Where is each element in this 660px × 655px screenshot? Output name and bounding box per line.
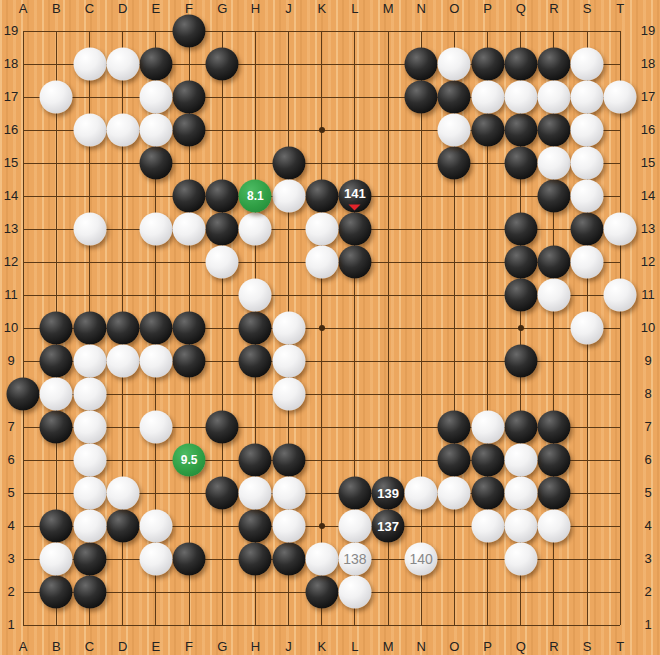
black-stone-b7[interactable] [40, 411, 73, 444]
white-stone-c8[interactable] [73, 378, 106, 411]
coord-label-right-7: 7 [637, 420, 659, 434]
coord-label-left-4: 4 [2, 519, 20, 533]
white-stone-j9[interactable] [272, 345, 305, 378]
coord-label-right-18: 18 [637, 57, 659, 71]
white-stone-k13[interactable] [305, 213, 338, 246]
coord-label-right-12: 12 [637, 255, 659, 269]
black-stone-p6[interactable] [471, 444, 504, 477]
white-stone-b3[interactable] [40, 543, 73, 576]
black-stone-p18[interactable] [471, 48, 504, 81]
black-stone-c10[interactable] [73, 312, 106, 345]
coord-label-top-g: G [212, 2, 232, 16]
black-stone-r16[interactable] [537, 114, 570, 147]
black-stone-g5[interactable] [206, 477, 239, 510]
black-stone-b9[interactable] [40, 345, 73, 378]
coord-label-bottom-s: S [577, 640, 597, 654]
white-stone-t13[interactable] [604, 213, 637, 246]
white-stone-c18[interactable] [73, 48, 106, 81]
white-stone-j5[interactable] [272, 477, 305, 510]
white-stone-s14[interactable] [571, 180, 604, 213]
white-stone-c7[interactable] [73, 411, 106, 444]
grid-line [23, 394, 620, 395]
coord-label-bottom-l: L [345, 640, 365, 654]
coord-label-top-m: M [378, 2, 398, 16]
coord-label-right-11: 11 [637, 288, 659, 302]
black-stone-e10[interactable] [139, 312, 172, 345]
black-stone-h4[interactable] [239, 510, 272, 543]
coord-label-top-e: E [146, 2, 166, 16]
coord-label-top-h: H [245, 2, 265, 16]
coord-label-bottom-k: K [312, 640, 332, 654]
coord-label-left-19: 19 [2, 24, 20, 38]
black-stone-g7[interactable] [206, 411, 239, 444]
black-stone-e18[interactable] [139, 48, 172, 81]
white-stone-t11[interactable] [604, 279, 637, 312]
white-stone-o5[interactable] [438, 477, 471, 510]
coord-label-right-8: 8 [637, 387, 659, 401]
black-stone-l13[interactable] [338, 213, 371, 246]
black-stone-r18[interactable] [537, 48, 570, 81]
coord-label-top-d: D [113, 2, 133, 16]
white-stone-s10[interactable] [571, 312, 604, 345]
white-stone-b17[interactable] [40, 81, 73, 114]
coord-label-top-a: A [13, 2, 33, 16]
coord-label-bottom-n: N [411, 640, 431, 654]
white-stone-k12[interactable] [305, 246, 338, 279]
white-stone-s16[interactable] [571, 114, 604, 147]
black-stone-f17[interactable] [173, 81, 206, 114]
white-stone-q3[interactable] [504, 543, 537, 576]
black-stone-k2[interactable] [305, 576, 338, 609]
white-stone-e17[interactable] [139, 81, 172, 114]
black-stone-d4[interactable] [106, 510, 139, 543]
coord-label-left-2: 2 [2, 585, 20, 599]
white-stone-g12[interactable] [206, 246, 239, 279]
black-stone-p5[interactable] [471, 477, 504, 510]
black-stone-m4[interactable]: 137 [372, 510, 405, 543]
ai-hint-value: 8.1 [247, 190, 264, 203]
white-stone-j14[interactable] [272, 180, 305, 213]
coord-label-bottom-h: H [245, 640, 265, 654]
white-stone-o18[interactable] [438, 48, 471, 81]
black-stone-r5[interactable] [537, 477, 570, 510]
white-stone-e3[interactable] [139, 543, 172, 576]
white-stone-c5[interactable] [73, 477, 106, 510]
black-stone-a8[interactable] [7, 378, 40, 411]
black-stone-h3[interactable] [239, 543, 272, 576]
coord-label-right-19: 19 [637, 24, 659, 38]
black-stone-c2[interactable] [73, 576, 106, 609]
coord-label-bottom-q: Q [511, 640, 531, 654]
black-stone-f14[interactable] [173, 180, 206, 213]
white-stone-s18[interactable] [571, 48, 604, 81]
coord-label-right-10: 10 [637, 321, 659, 335]
white-stone-l4[interactable] [338, 510, 371, 543]
black-stone-r7[interactable] [537, 411, 570, 444]
white-stone-e4[interactable] [139, 510, 172, 543]
coord-label-left-13: 13 [2, 222, 20, 236]
white-stone-n5[interactable] [405, 477, 438, 510]
coord-label-left-7: 7 [2, 420, 20, 434]
white-stone-d5[interactable] [106, 477, 139, 510]
coord-label-top-s: S [577, 2, 597, 16]
coord-label-right-6: 6 [637, 453, 659, 467]
coord-label-bottom-f: F [179, 640, 199, 654]
coord-label-right-16: 16 [637, 123, 659, 137]
coord-label-bottom-c: C [80, 640, 100, 654]
coord-label-right-5: 5 [637, 486, 659, 500]
black-stone-r14[interactable] [537, 180, 570, 213]
white-stone-d18[interactable] [106, 48, 139, 81]
coord-label-left-17: 17 [2, 90, 20, 104]
black-stone-j15[interactable] [272, 147, 305, 180]
coord-label-left-15: 15 [2, 156, 20, 170]
star-point [518, 325, 524, 331]
black-stone-b4[interactable] [40, 510, 73, 543]
white-stone-t17[interactable] [604, 81, 637, 114]
coord-label-right-14: 14 [637, 189, 659, 203]
white-stone-d9[interactable] [106, 345, 139, 378]
coord-label-right-15: 15 [637, 156, 659, 170]
black-stone-q9[interactable] [504, 345, 537, 378]
coord-label-left-3: 3 [2, 552, 20, 566]
black-stone-l12[interactable] [338, 246, 371, 279]
white-stone-q6[interactable] [504, 444, 537, 477]
black-stone-h6[interactable] [239, 444, 272, 477]
black-stone-n17[interactable] [405, 81, 438, 114]
coord-label-bottom-g: G [212, 640, 232, 654]
move-number: 138 [343, 553, 366, 566]
grid-line [421, 31, 422, 625]
star-point [319, 523, 325, 529]
black-stone-f10[interactable] [173, 312, 206, 345]
white-stone-s12[interactable] [571, 246, 604, 279]
ai-hint-stone-f6[interactable]: 9.5 [173, 444, 206, 477]
coord-label-top-q: Q [511, 2, 531, 16]
white-stone-p7[interactable] [471, 411, 504, 444]
white-stone-d16[interactable] [106, 114, 139, 147]
black-stone-f3[interactable] [173, 543, 206, 576]
star-point [319, 127, 325, 133]
white-stone-f13[interactable] [173, 213, 206, 246]
black-stone-q16[interactable] [504, 114, 537, 147]
white-stone-c9[interactable] [73, 345, 106, 378]
white-stone-j10[interactable] [272, 312, 305, 345]
coord-label-right-1: 1 [637, 618, 659, 632]
white-stone-q4[interactable] [504, 510, 537, 543]
black-stone-q11[interactable] [504, 279, 537, 312]
black-stone-j6[interactable] [272, 444, 305, 477]
coord-label-top-n: N [411, 2, 431, 16]
white-stone-c13[interactable] [73, 213, 106, 246]
white-stone-e9[interactable] [139, 345, 172, 378]
white-stone-h11[interactable] [239, 279, 272, 312]
black-stone-o7[interactable] [438, 411, 471, 444]
white-stone-j8[interactable] [272, 378, 305, 411]
move-number: 137 [377, 520, 399, 533]
coord-label-top-k: K [312, 2, 332, 16]
move-number: 140 [410, 553, 433, 566]
black-stone-q18[interactable] [504, 48, 537, 81]
black-stone-r6[interactable] [537, 444, 570, 477]
coord-label-left-12: 12 [2, 255, 20, 269]
black-stone-d10[interactable] [106, 312, 139, 345]
black-stone-g13[interactable] [206, 213, 239, 246]
coord-label-bottom-j: J [279, 640, 299, 654]
grid-line [23, 625, 620, 626]
black-stone-q7[interactable] [504, 411, 537, 444]
black-stone-l14[interactable]: 141 [338, 180, 371, 213]
white-stone-p4[interactable] [471, 510, 504, 543]
white-stone-b8[interactable] [40, 378, 73, 411]
white-stone-o16[interactable] [438, 114, 471, 147]
coord-label-bottom-p: P [478, 640, 498, 654]
black-stone-f16[interactable] [173, 114, 206, 147]
coord-label-right-17: 17 [637, 90, 659, 104]
black-stone-q13[interactable] [504, 213, 537, 246]
coord-label-top-l: L [345, 2, 365, 16]
coord-label-left-18: 18 [2, 57, 20, 71]
last-move-marker-icon [349, 205, 361, 211]
star-point [319, 325, 325, 331]
white-stone-r11[interactable] [537, 279, 570, 312]
ai-hint-value: 9.5 [181, 454, 198, 467]
white-stone-c16[interactable] [73, 114, 106, 147]
move-number: 141 [344, 187, 366, 200]
coord-label-top-j: J [279, 2, 299, 16]
white-stone-q17[interactable] [504, 81, 537, 114]
white-stone-j4[interactable] [272, 510, 305, 543]
coord-label-bottom-m: M [378, 640, 398, 654]
white-stone-q5[interactable] [504, 477, 537, 510]
black-stone-q15[interactable] [504, 147, 537, 180]
coord-label-left-9: 9 [2, 354, 20, 368]
grid-line [620, 31, 621, 625]
white-stone-s15[interactable] [571, 147, 604, 180]
white-stone-h13[interactable] [239, 213, 272, 246]
coord-label-right-3: 3 [637, 552, 659, 566]
black-stone-b2[interactable] [40, 576, 73, 609]
white-stone-e7[interactable] [139, 411, 172, 444]
coord-label-bottom-t: T [610, 640, 630, 654]
white-stone-s17[interactable] [571, 81, 604, 114]
black-stone-f19[interactable] [173, 15, 206, 48]
coord-label-top-b: B [46, 2, 66, 16]
coord-label-top-c: C [80, 2, 100, 16]
white-stone-n3[interactable]: 140 [405, 543, 438, 576]
coord-label-bottom-a: A [13, 640, 33, 654]
black-stone-p16[interactable] [471, 114, 504, 147]
black-stone-c3[interactable] [73, 543, 106, 576]
white-stone-l2[interactable] [338, 576, 371, 609]
white-stone-r15[interactable] [537, 147, 570, 180]
coord-label-right-2: 2 [637, 585, 659, 599]
black-stone-g18[interactable] [206, 48, 239, 81]
coord-label-bottom-r: R [544, 640, 564, 654]
white-stone-e16[interactable] [139, 114, 172, 147]
white-stone-l3[interactable]: 138 [338, 543, 371, 576]
coord-label-right-9: 9 [637, 354, 659, 368]
coord-label-left-11: 11 [2, 288, 20, 302]
white-stone-r4[interactable] [537, 510, 570, 543]
black-stone-n18[interactable] [405, 48, 438, 81]
move-number: 139 [377, 487, 399, 500]
white-stone-p17[interactable] [471, 81, 504, 114]
black-stone-o6[interactable] [438, 444, 471, 477]
black-stone-l5[interactable] [338, 477, 371, 510]
coord-label-right-13: 13 [637, 222, 659, 236]
black-stone-s13[interactable] [571, 213, 604, 246]
coord-label-left-14: 14 [2, 189, 20, 203]
coord-label-top-t: T [610, 2, 630, 16]
black-stone-j3[interactable] [272, 543, 305, 576]
white-stone-e13[interactable] [139, 213, 172, 246]
coord-label-left-1: 1 [2, 618, 20, 632]
black-stone-k14[interactable] [305, 180, 338, 213]
black-stone-b10[interactable] [40, 312, 73, 345]
black-stone-r12[interactable] [537, 246, 570, 279]
go-board[interactable]: AABBCCDDEEFFGGHHJJKKLLMMNNOOPPQQRRSSTT19… [0, 0, 660, 655]
coord-label-top-o: O [444, 2, 464, 16]
coord-label-left-5: 5 [2, 486, 20, 500]
coord-label-bottom-d: D [113, 640, 133, 654]
coord-label-top-p: P [478, 2, 498, 16]
coord-label-top-r: R [544, 2, 564, 16]
black-stone-q12[interactable] [504, 246, 537, 279]
black-stone-o15[interactable] [438, 147, 471, 180]
coord-label-left-6: 6 [2, 453, 20, 467]
ai-hint-stone-h14[interactable]: 8.1 [239, 180, 272, 213]
white-stone-r17[interactable] [537, 81, 570, 114]
black-stone-g14[interactable] [206, 180, 239, 213]
white-stone-c4[interactable] [73, 510, 106, 543]
black-stone-o17[interactable] [438, 81, 471, 114]
black-stone-m5[interactable]: 139 [372, 477, 405, 510]
black-stone-f9[interactable] [173, 345, 206, 378]
black-stone-e15[interactable] [139, 147, 172, 180]
white-stone-c6[interactable] [73, 444, 106, 477]
white-stone-k3[interactable] [305, 543, 338, 576]
black-stone-h10[interactable] [239, 312, 272, 345]
black-stone-h9[interactable] [239, 345, 272, 378]
white-stone-h5[interactable] [239, 477, 272, 510]
coord-label-left-10: 10 [2, 321, 20, 335]
coord-label-right-4: 4 [637, 519, 659, 533]
coord-label-left-16: 16 [2, 123, 20, 137]
coord-label-bottom-o: O [444, 640, 464, 654]
coord-label-bottom-b: B [46, 640, 66, 654]
coord-label-bottom-e: E [146, 640, 166, 654]
